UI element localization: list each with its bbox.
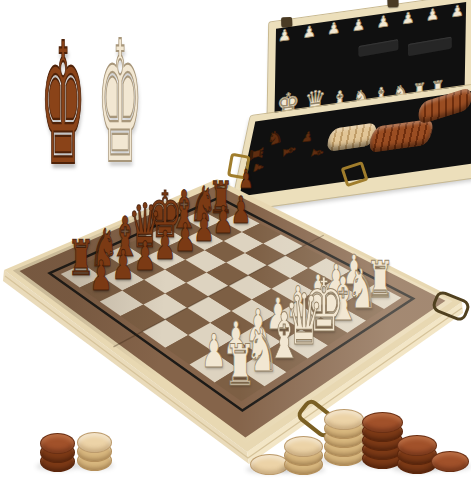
square-h3	[309, 258, 351, 281]
storage-case: ♟♟♟♟♟♟♟♟ ♚♛♝♞♝♞♜♜ ♜♞♝♟♟♝	[219, 0, 471, 202]
square-c8	[105, 245, 145, 267]
square-b4	[165, 308, 210, 335]
square-f7	[185, 230, 224, 251]
square-f6	[205, 241, 245, 263]
piece-light-pawn-c2: ♟	[245, 304, 270, 349]
stored-light-pawn: ♟	[302, 24, 316, 41]
tray-dark-pawn: ♟	[251, 161, 266, 173]
stored-light-pawn: ♟	[352, 17, 366, 34]
piece-light-knight-g1: ♞	[346, 262, 377, 318]
square-d8	[126, 236, 166, 257]
square-e4	[229, 275, 272, 299]
piece-light-bishop-f1: ♝	[327, 268, 361, 329]
square-a3	[165, 335, 212, 365]
square-a6	[100, 290, 144, 316]
metal-latch-icon	[387, 0, 398, 7]
loose-dark-pawn: ♟	[239, 166, 253, 192]
case-tray: ♜♞♝♟♟♝	[230, 82, 471, 212]
large-light-king: ♚	[97, 19, 143, 187]
square-d4	[208, 286, 252, 311]
square-b8	[83, 254, 124, 277]
velcro-strap	[408, 37, 452, 57]
square-f4	[248, 265, 290, 288]
square-c6	[144, 270, 186, 294]
piece-dark-pawn-d7: ♟	[154, 226, 176, 266]
board-side-left	[3, 270, 249, 464]
square-f3	[272, 278, 315, 303]
piece-dark-knight-b8: ♞	[89, 222, 118, 274]
square-g5	[245, 244, 285, 266]
square-e3	[252, 289, 296, 314]
board-clasp-right	[430, 289, 471, 323]
board-maple-rim	[4, 179, 462, 452]
square-h5	[263, 235, 303, 256]
square-g8	[184, 210, 222, 229]
piece-light-knight-b1: ♞	[245, 320, 279, 381]
square-d1	[281, 329, 328, 358]
board-walnut-frame	[20, 185, 446, 437]
piece-dark-bishop-f8: ♝	[169, 185, 198, 238]
square-h1	[358, 284, 402, 309]
square-h6	[242, 224, 281, 244]
square-a5	[121, 305, 166, 332]
stored-light-pawn: ♟	[426, 7, 440, 24]
piece-light-bishop-c1: ♝	[266, 303, 302, 367]
piece-light-pawn-b2: ♟	[223, 316, 248, 362]
piece-dark-pawn-e7: ♟	[174, 217, 196, 256]
square-b6	[122, 280, 165, 305]
square-b1	[238, 355, 287, 387]
square-g3	[290, 268, 332, 292]
piece-dark-pawn-f7: ♟	[193, 209, 214, 248]
piece-dark-pawn-g7: ♟	[212, 200, 233, 238]
square-e1	[301, 317, 347, 345]
square-e5	[207, 263, 249, 286]
square-b5	[143, 293, 187, 319]
piece-dark-bishop-c8: ♝	[109, 210, 140, 265]
board-fold-seam	[113, 235, 323, 347]
tray-dark-bishop: ♝	[307, 145, 326, 160]
stored-light-pawn: ♟	[278, 28, 292, 45]
square-e7	[165, 238, 205, 259]
piece-light-pawn-d2: ♟	[266, 292, 290, 336]
piece-dark-queen-d8: ♛	[128, 195, 162, 256]
square-c5	[165, 283, 208, 308]
piece-light-pawn-h2: ♟	[342, 249, 365, 290]
large-dark-king: ♚	[40, 21, 86, 189]
square-f8	[165, 219, 203, 239]
square-f1	[321, 306, 366, 333]
square-c7	[124, 257, 165, 280]
square-a7	[80, 277, 123, 302]
piece-dark-pawn-c7: ♟	[133, 236, 155, 276]
square-f5	[226, 253, 267, 275]
piece-light-king-e1: ♚	[304, 269, 345, 343]
metal-latch-icon	[281, 17, 292, 27]
velcro-strap	[359, 39, 399, 57]
square-a2	[190, 351, 238, 382]
board-sheen	[13, 183, 453, 444]
square-g7	[203, 221, 242, 241]
square-e8	[146, 227, 185, 247]
piece-light-rook-a1: ♜	[224, 337, 256, 394]
stored-light-pawn: ♟	[450, 3, 464, 20]
piece-light-pawn-f2: ♟	[306, 270, 330, 313]
square-a1	[215, 368, 265, 401]
square-g6	[224, 232, 263, 253]
square-e2	[276, 303, 321, 330]
square-d2	[256, 314, 302, 342]
square-b7	[102, 267, 144, 291]
product-photo-chess-set: ♚ ♚ ♟♟♟♟♟♟♟♟ ♚♛♝♞♝♞♜♜ ♜♞♝♟♟♝ ♟ ♜♞♝♛♚♝♞♜♟…	[0, 0, 471, 500]
checker-roll-dark	[368, 118, 435, 153]
piece-light-pawn-a2: ♟	[201, 329, 227, 375]
stored-light-pawn: ♟	[327, 21, 341, 38]
piece-dark-pawn-b7: ♟	[112, 245, 135, 286]
square-d6	[165, 260, 207, 283]
piece-light-pawn-e2: ♟	[286, 281, 310, 324]
square-d7	[145, 248, 186, 270]
board-pinstripe	[50, 198, 414, 411]
stored-light-pawn: ♟	[376, 14, 390, 31]
piece-dark-king-e8: ♚	[147, 184, 183, 248]
piece-light-pawn-g2: ♟	[324, 259, 347, 301]
stored-light-pawn: ♟	[401, 10, 415, 27]
piece-dark-pawn-a7: ♟	[89, 255, 112, 297]
square-b3	[188, 323, 234, 352]
square-h4	[285, 246, 326, 268]
square-g4	[267, 256, 308, 279]
piece-dark-rook-a8: ♜	[68, 235, 95, 284]
tray-dark-pawn: ♟	[300, 129, 314, 144]
piece-dark-rook-h8: ♜	[208, 176, 233, 220]
piece-light-queen-d1: ♛	[285, 285, 324, 355]
square-h2	[333, 271, 376, 295]
square-d5	[186, 272, 228, 296]
square-b2	[213, 338, 260, 368]
square-h7	[222, 213, 260, 232]
square-g1	[340, 295, 384, 321]
square-f2	[296, 292, 340, 318]
square-a8	[61, 264, 103, 288]
square-c1	[260, 342, 308, 372]
square-c2	[235, 326, 282, 355]
checker-roll-dark	[418, 87, 471, 126]
square-a4	[143, 319, 189, 347]
square-g2	[315, 281, 358, 306]
piece-light-rook-h1: ♜	[366, 255, 394, 305]
square-c4	[187, 297, 231, 323]
square-d3	[232, 300, 277, 326]
piece-dark-knight-g8: ♞	[189, 180, 216, 229]
square-c3	[210, 311, 255, 338]
square-e6	[185, 250, 226, 272]
